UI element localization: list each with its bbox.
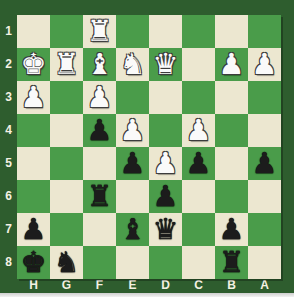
square-c4[interactable]: ♟ [182,114,215,147]
square-g4[interactable] [50,114,83,147]
rank-labels: 12345678 [0,15,17,279]
square-d6[interactable]: ♟ [149,180,182,213]
square-e2[interactable]: ♞ [116,48,149,81]
square-h6[interactable] [17,180,50,213]
square-a3[interactable] [248,81,281,114]
square-f8[interactable] [83,246,116,279]
square-f3[interactable]: ♟ [83,81,116,114]
square-d7[interactable]: ♛ [149,213,182,246]
piece-white-bishop-f2[interactable]: ♝ [83,48,116,81]
piece-black-rook-b8[interactable]: ♜ [215,246,248,279]
square-c5[interactable]: ♟ [182,147,215,180]
square-a1[interactable] [248,15,281,48]
square-e4[interactable]: ♟ [116,114,149,147]
piece-white-rook-f1[interactable]: ♜ [83,15,116,48]
square-c8[interactable] [182,246,215,279]
rank-label-1: 1 [0,15,17,48]
square-a4[interactable] [248,114,281,147]
file-label-d: D [149,279,182,293]
piece-black-pawn-d6[interactable]: ♟ [149,180,182,213]
square-h5[interactable] [17,147,50,180]
piece-white-queen-d2[interactable]: ♛ [149,48,182,81]
square-e7[interactable]: ♝ [116,213,149,246]
piece-white-pawn-f3[interactable]: ♟ [83,81,116,114]
square-g3[interactable] [50,81,83,114]
square-b5[interactable] [215,147,248,180]
piece-white-pawn-d5[interactable]: ♟ [149,147,182,180]
square-g7[interactable] [50,213,83,246]
square-b1[interactable] [215,15,248,48]
square-f5[interactable] [83,147,116,180]
square-e5[interactable]: ♟ [116,147,149,180]
square-g5[interactable] [50,147,83,180]
rank-label-8: 8 [0,246,17,279]
square-e8[interactable] [116,246,149,279]
square-d5[interactable]: ♟ [149,147,182,180]
square-h1[interactable] [17,15,50,48]
square-f6[interactable]: ♜ [83,180,116,213]
square-e1[interactable] [116,15,149,48]
file-label-e: E [116,279,149,293]
square-h2[interactable]: ♚ [17,48,50,81]
piece-white-pawn-e4[interactable]: ♟ [116,114,149,147]
file-label-c: C [182,279,215,293]
square-c2[interactable] [182,48,215,81]
square-b4[interactable] [215,114,248,147]
square-f7[interactable] [83,213,116,246]
square-h3[interactable]: ♟ [17,81,50,114]
square-d8[interactable] [149,246,182,279]
file-label-b: B [215,279,248,293]
square-g6[interactable] [50,180,83,213]
piece-white-pawn-b2[interactable]: ♟ [215,48,248,81]
rank-label-7: 7 [0,213,17,246]
piece-white-king-h2[interactable]: ♚ [17,48,50,81]
square-a2[interactable]: ♟ [248,48,281,81]
square-f1[interactable]: ♜ [83,15,116,48]
piece-white-rook-g2[interactable]: ♜ [50,48,83,81]
piece-black-king-h8[interactable]: ♚ [17,246,50,279]
rank-label-6: 6 [0,180,17,213]
square-g1[interactable] [50,15,83,48]
square-b8[interactable]: ♜ [215,246,248,279]
piece-black-pawn-e5[interactable]: ♟ [116,147,149,180]
square-h7[interactable]: ♟ [17,213,50,246]
square-c3[interactable] [182,81,215,114]
chess-board: ♜♚♜♝♞♛♟♟♟♟♟♟♟♟♟♟♟♜♟♟♝♛♟♚♞♜ [17,15,281,279]
square-b6[interactable] [215,180,248,213]
rank-label-5: 5 [0,147,17,180]
square-d2[interactable]: ♛ [149,48,182,81]
square-a6[interactable] [248,180,281,213]
file-label-h: H [17,279,50,293]
file-label-g: G [50,279,83,293]
square-h8[interactable]: ♚ [17,246,50,279]
square-e3[interactable] [116,81,149,114]
piece-black-pawn-f4[interactable]: ♟ [83,114,116,147]
piece-white-pawn-h3[interactable]: ♟ [17,81,50,114]
piece-black-bishop-e7[interactable]: ♝ [116,213,149,246]
square-g2[interactable]: ♜ [50,48,83,81]
rank-label-2: 2 [0,48,17,81]
file-label-a: A [248,279,281,293]
square-c7[interactable] [182,213,215,246]
square-d3[interactable] [149,81,182,114]
piece-black-pawn-a5[interactable]: ♟ [248,147,281,180]
square-d4[interactable] [149,114,182,147]
rank-label-4: 4 [0,114,17,147]
square-b2[interactable]: ♟ [215,48,248,81]
square-e6[interactable] [116,180,149,213]
piece-black-queen-d7[interactable]: ♛ [149,213,182,246]
square-g8[interactable]: ♞ [50,246,83,279]
square-d1[interactable] [149,15,182,48]
square-b3[interactable] [215,81,248,114]
square-f4[interactable]: ♟ [83,114,116,147]
window-bottom-edge [0,293,294,297]
piece-white-pawn-a2[interactable]: ♟ [248,48,281,81]
file-labels: HGFEDCBA [17,279,281,293]
square-a8[interactable] [248,246,281,279]
piece-black-pawn-b7[interactable]: ♟ [215,213,248,246]
square-c6[interactable] [182,180,215,213]
piece-white-pawn-c4[interactable]: ♟ [182,114,215,147]
piece-white-knight-e2[interactable]: ♞ [116,48,149,81]
square-h4[interactable] [17,114,50,147]
square-a7[interactable] [248,213,281,246]
square-b7[interactable]: ♟ [215,213,248,246]
file-label-f: F [83,279,116,293]
rank-label-3: 3 [0,81,17,114]
piece-black-knight-g8[interactable]: ♞ [50,246,83,279]
piece-black-pawn-c5[interactable]: ♟ [182,147,215,180]
piece-black-pawn-h7[interactable]: ♟ [17,213,50,246]
chess-app-window: 12345678 HGFEDCBA ♜♚♜♝♞♛♟♟♟♟♟♟♟♟♟♟♟♜♟♟♝♛… [0,0,294,297]
piece-black-rook-f6[interactable]: ♜ [83,180,116,213]
square-a5[interactable]: ♟ [248,147,281,180]
square-c1[interactable] [182,15,215,48]
square-f2[interactable]: ♝ [83,48,116,81]
